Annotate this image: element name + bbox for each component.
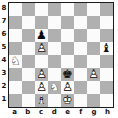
white-pawn-outline: ♙ — [87, 68, 100, 81]
square-c5[interactable]: ♟♙ — [35, 42, 48, 55]
square-d5[interactable] — [48, 42, 61, 55]
square-e8[interactable] — [61, 3, 74, 16]
square-d4[interactable] — [48, 55, 61, 68]
square-d6[interactable] — [48, 29, 61, 42]
square-b7[interactable] — [22, 16, 35, 29]
square-b3[interactable] — [22, 68, 35, 81]
square-a7[interactable] — [9, 16, 22, 29]
square-g7[interactable] — [87, 16, 100, 29]
file-label-b: b — [21, 107, 34, 117]
square-e5[interactable] — [61, 42, 74, 55]
square-e6[interactable] — [61, 29, 74, 42]
square-f4[interactable] — [74, 55, 87, 68]
rank-label-7: 7 — [0, 15, 8, 28]
square-h5[interactable]: ♝ — [100, 42, 113, 55]
square-c8[interactable] — [35, 3, 48, 16]
piece-white-knight[interactable]: ♞♘ — [9, 55, 22, 68]
square-b8[interactable] — [22, 3, 35, 16]
square-f3[interactable] — [74, 68, 87, 81]
square-b6[interactable] — [22, 29, 35, 42]
square-g5[interactable] — [87, 42, 100, 55]
square-g1[interactable] — [87, 94, 100, 107]
square-g2[interactable] — [87, 81, 100, 94]
file-label-a: a — [8, 107, 21, 117]
file-label-f: f — [74, 107, 87, 117]
square-b1[interactable] — [22, 94, 35, 107]
rank-label-6: 6 — [0, 28, 8, 41]
square-c1[interactable]: ♝♗ — [35, 94, 48, 107]
rank-label-4: 4 — [0, 54, 8, 67]
square-a2[interactable] — [9, 81, 22, 94]
square-f2[interactable] — [74, 81, 87, 94]
square-d7[interactable] — [48, 16, 61, 29]
square-f8[interactable] — [74, 3, 87, 16]
white-bishop-outline: ♗ — [35, 94, 48, 107]
square-g3[interactable]: ♟♙ — [87, 68, 100, 81]
square-d8[interactable] — [48, 3, 61, 16]
file-label-g: g — [88, 107, 101, 117]
piece-black-bishop[interactable]: ♝ — [100, 42, 113, 55]
rank-label-8: 8 — [0, 2, 8, 15]
square-h4[interactable] — [100, 55, 113, 68]
square-e1[interactable]: ♚♔ — [61, 94, 74, 107]
rank-label-5: 5 — [0, 41, 8, 54]
square-d1[interactable] — [48, 94, 61, 107]
white-knight-outline: ♘ — [9, 55, 22, 68]
white-knight-outline: ♘ — [48, 81, 61, 94]
chess-board: ♟♟♙♝♞♘♟♙♚♟♙♟♙♞♘♟♙♝♗♚♔ — [8, 2, 114, 108]
square-f1[interactable] — [74, 94, 87, 107]
white-king-outline: ♔ — [61, 94, 74, 107]
file-labels: abcdefgh — [8, 107, 114, 117]
piece-white-bishop[interactable]: ♝♗ — [35, 94, 48, 107]
square-g6[interactable] — [87, 29, 100, 42]
square-g8[interactable] — [87, 3, 100, 16]
square-h1[interactable] — [100, 94, 113, 107]
file-label-c: c — [35, 107, 48, 117]
piece-white-king[interactable]: ♚♔ — [61, 94, 74, 107]
square-a1[interactable] — [9, 94, 22, 107]
file-label-e: e — [61, 107, 74, 117]
rank-labels: 87654321 — [0, 2, 8, 106]
square-f7[interactable] — [74, 16, 87, 29]
square-e7[interactable] — [61, 16, 74, 29]
piece-white-pawn[interactable]: ♟♙ — [87, 68, 100, 81]
rank-label-2: 2 — [0, 80, 8, 93]
chess-diagram: 87654321 ♟♟♙♝♞♘♟♙♚♟♙♟♙♞♘♟♙♝♗♚♔ abcdefgh — [0, 0, 118, 118]
rank-label-1: 1 — [0, 93, 8, 106]
square-b4[interactable] — [22, 55, 35, 68]
square-h3[interactable] — [100, 68, 113, 81]
square-a6[interactable] — [9, 29, 22, 42]
square-f6[interactable] — [74, 29, 87, 42]
piece-white-knight[interactable]: ♞♘ — [48, 81, 61, 94]
square-h8[interactable] — [100, 3, 113, 16]
square-d2[interactable]: ♞♘ — [48, 81, 61, 94]
square-a4[interactable]: ♞♘ — [9, 55, 22, 68]
white-pawn-outline: ♙ — [35, 42, 48, 55]
square-h2[interactable] — [100, 81, 113, 94]
file-label-d: d — [48, 107, 61, 117]
square-h7[interactable] — [100, 16, 113, 29]
rank-label-3: 3 — [0, 67, 8, 80]
square-b5[interactable] — [22, 42, 35, 55]
square-a8[interactable] — [9, 3, 22, 16]
square-a3[interactable] — [9, 68, 22, 81]
square-b2[interactable] — [22, 81, 35, 94]
piece-white-pawn[interactable]: ♟♙ — [35, 42, 48, 55]
file-label-h: h — [101, 107, 114, 117]
square-f5[interactable] — [74, 42, 87, 55]
